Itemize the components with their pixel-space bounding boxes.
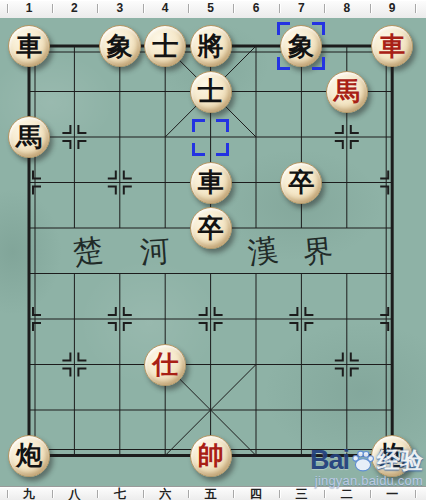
coord-tick — [279, 490, 280, 498]
piece-black-士[interactable]: 士 — [144, 25, 186, 67]
coord-tick — [97, 4, 98, 13]
xiangqi-app-screen: 123456789 車象士將象車士馬馬車卒卒仕炮帥炮 Bai 经验 jingya… — [0, 0, 426, 500]
coord-tick — [52, 490, 53, 498]
coord-tick — [233, 490, 234, 498]
coord-tick — [233, 4, 234, 13]
piece-black-卒[interactable]: 卒 — [280, 162, 322, 204]
coord-label: 6 — [253, 0, 260, 17]
coord-label: 七 — [114, 487, 126, 500]
coord-tick — [279, 4, 280, 13]
coord-label: 三 — [295, 487, 307, 500]
coord-tick — [143, 490, 144, 498]
piece-black-炮[interactable]: 炮 — [8, 435, 50, 477]
last-move-marker — [192, 119, 229, 156]
coord-label: 四 — [250, 487, 262, 500]
piece-black-馬[interactable]: 馬 — [8, 116, 50, 158]
piece-black-卒[interactable]: 卒 — [190, 207, 232, 249]
piece-red-仕[interactable]: 仕 — [144, 344, 186, 386]
coord-tick — [143, 4, 144, 13]
coord-tick — [188, 490, 189, 498]
coord-tick — [324, 4, 325, 13]
coord-tick — [415, 4, 416, 13]
pieces-grid: 車象士將象車士馬馬車卒卒仕炮帥炮 — [6, 23, 415, 478]
coord-label: 二 — [341, 487, 353, 500]
coord-label: 九 — [23, 487, 35, 500]
coord-tick — [7, 4, 8, 13]
coord-tick — [97, 490, 98, 498]
coord-label: 7 — [298, 0, 305, 17]
last-move-marker — [277, 22, 325, 70]
coord-tick — [188, 4, 189, 13]
coord-tick — [415, 490, 416, 498]
piece-black-炮[interactable]: 炮 — [371, 435, 413, 477]
piece-black-士[interactable]: 士 — [190, 71, 232, 113]
piece-red-馬[interactable]: 馬 — [326, 71, 368, 113]
piece-black-車[interactable]: 車 — [190, 162, 232, 204]
coord-label: 2 — [71, 0, 78, 17]
piece-black-車[interactable]: 車 — [8, 25, 50, 67]
coord-tick — [7, 490, 8, 498]
coord-tick — [324, 490, 325, 498]
coord-label: 5 — [207, 0, 214, 17]
coord-label: 六 — [159, 487, 171, 500]
coord-label: 3 — [116, 0, 123, 17]
coord-label: 1 — [26, 0, 33, 17]
file-numbers-top: 123456789 — [0, 0, 426, 19]
coord-label: 9 — [389, 0, 396, 17]
coord-label: 一 — [386, 487, 398, 500]
coord-tick — [370, 4, 371, 13]
piece-red-帥[interactable]: 帥 — [190, 435, 232, 477]
coord-label: 4 — [162, 0, 169, 17]
coord-label: 8 — [343, 0, 350, 17]
coord-label: 五 — [205, 487, 217, 500]
file-numbers-bottom: 九八七六五四三二一 — [0, 486, 426, 500]
piece-red-車[interactable]: 車 — [371, 25, 413, 67]
coord-tick — [52, 4, 53, 13]
piece-black-將[interactable]: 將 — [190, 25, 232, 67]
piece-black-象[interactable]: 象 — [99, 25, 141, 67]
xiangqi-board[interactable]: 車象士將象車士馬馬車卒卒仕炮帥炮 Bai 经验 jingyan.baidu.co… — [0, 18, 426, 486]
coord-label: 八 — [68, 487, 80, 500]
coord-tick — [370, 490, 371, 498]
